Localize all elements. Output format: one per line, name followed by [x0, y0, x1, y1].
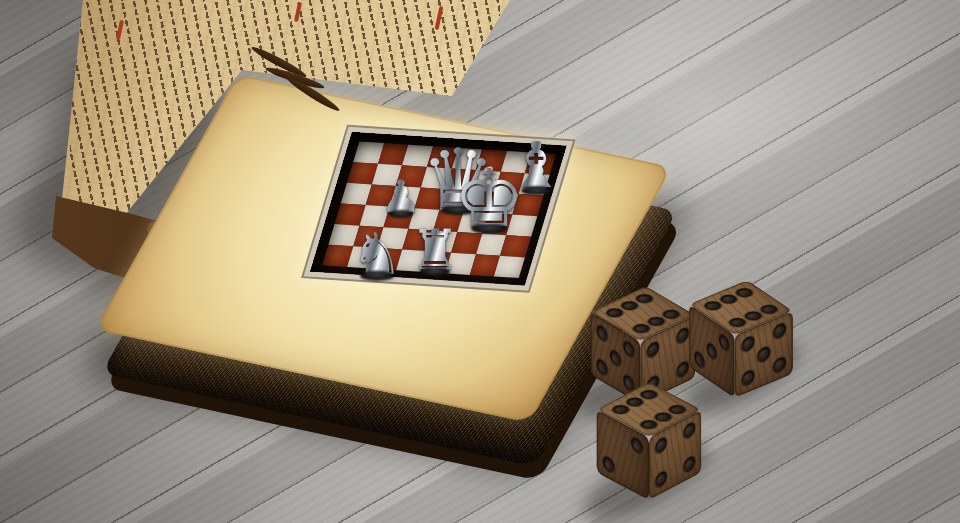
- die-pip: [773, 322, 786, 341]
- piece-white-pawn[interactable]: ♟: [381, 179, 421, 214]
- rook-glyph: ♜: [410, 228, 460, 272]
- die-pip: [684, 421, 695, 441]
- die-pip: [742, 335, 755, 354]
- die-pip: [695, 350, 705, 370]
- die-pip: [603, 455, 614, 475]
- die-pip: [638, 419, 661, 431]
- die-pip: [631, 436, 642, 456]
- die-pip: [655, 470, 666, 490]
- piece-white-rook[interactable]: ♜: [410, 228, 460, 272]
- piece-base-shadow: [471, 224, 507, 234]
- piece-base-shadow: [360, 271, 394, 281]
- board-square[interactable]: [494, 256, 525, 278]
- die-pip: [610, 348, 621, 368]
- piece-base-shadow: [420, 267, 450, 276]
- pawn-glyph: ♟: [381, 179, 421, 214]
- die-pip: [655, 436, 666, 456]
- die-pip: [609, 404, 632, 416]
- die-pip: [597, 357, 608, 377]
- die-pip: [773, 355, 786, 374]
- die-pip: [757, 345, 770, 364]
- die-pip: [719, 332, 729, 352]
- die-pip: [684, 455, 695, 475]
- die-pip: [677, 360, 689, 379]
- die-pip: [597, 323, 608, 343]
- piece-base-shadow: [521, 186, 551, 195]
- die-pip: [702, 300, 724, 312]
- scene: ♝ ♟ ♛ ♚ ♞ ♜: [0, 0, 960, 523]
- die-pip: [677, 326, 689, 345]
- die-pip: [630, 323, 653, 335]
- die-pip: [726, 317, 748, 329]
- king-glyph: ♚: [453, 168, 525, 230]
- piece-white-king[interactable]: ♚: [453, 168, 525, 230]
- die-pip: [742, 369, 755, 388]
- die-pip: [624, 339, 635, 359]
- piece-white-knight[interactable]: ♞: [351, 232, 403, 277]
- die-pip: [603, 307, 626, 319]
- die-pip: [647, 340, 659, 359]
- die-pip: [707, 341, 717, 361]
